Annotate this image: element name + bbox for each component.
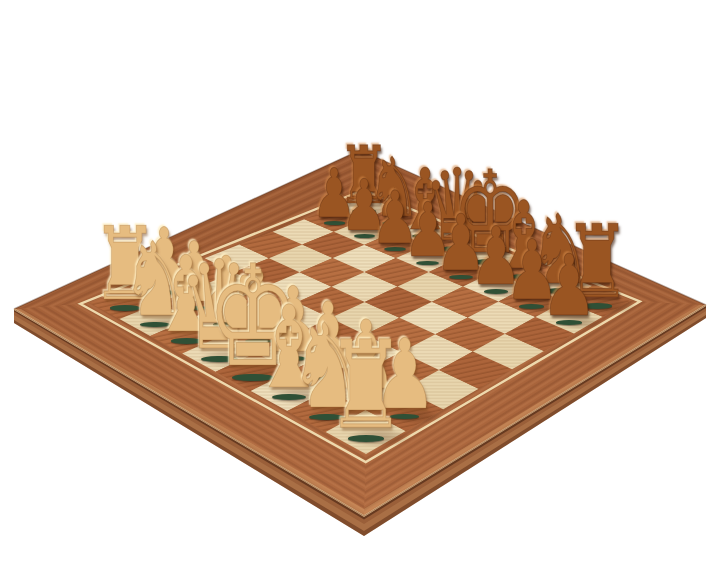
chess-set-product-photo: ♜♟♞♟♝♟♛♚♟♝♟♞♟♟♜♟♟♜♟♟♞♟♝♟♛♟♚♟♝♟♞♜ (0, 0, 720, 576)
chess-board (0, 0, 720, 576)
